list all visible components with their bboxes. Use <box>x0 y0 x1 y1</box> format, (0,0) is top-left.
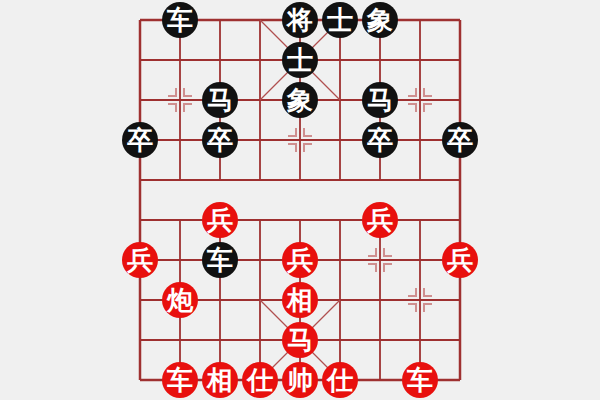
piece-red-chariot[interactable]: 车 <box>402 362 438 398</box>
piece-red-soldier[interactable]: 兵 <box>122 242 158 278</box>
piece-black-soldier[interactable]: 卒 <box>362 122 398 158</box>
piece-black-elephant[interactable]: 象 <box>362 2 398 38</box>
piece-black-soldier[interactable]: 卒 <box>122 122 158 158</box>
piece-black-horse[interactable]: 马 <box>202 82 238 118</box>
piece-black-chariot[interactable]: 车 <box>202 242 238 278</box>
piece-red-cannon[interactable]: 炮 <box>162 282 198 318</box>
piece-black-horse[interactable]: 马 <box>362 82 398 118</box>
piece-black-chariot[interactable]: 车 <box>162 2 198 38</box>
piece-red-horse[interactable]: 马 <box>282 322 318 358</box>
piece-black-general[interactable]: 将 <box>282 2 318 38</box>
piece-red-soldier[interactable]: 兵 <box>362 202 398 238</box>
piece-red-soldier[interactable]: 兵 <box>442 242 478 278</box>
pieces-layer: 车将士象士马象马卒卒卒卒兵兵兵车兵兵炮相马车相仕帅仕车 <box>0 0 600 400</box>
piece-red-soldier[interactable]: 兵 <box>282 242 318 278</box>
piece-red-elephant[interactable]: 相 <box>282 282 318 318</box>
piece-red-elephant[interactable]: 相 <box>202 362 238 398</box>
piece-black-soldier[interactable]: 卒 <box>442 122 478 158</box>
piece-red-chariot[interactable]: 车 <box>162 362 198 398</box>
piece-black-elephant[interactable]: 象 <box>282 82 318 118</box>
piece-black-advisor[interactable]: 士 <box>282 42 318 78</box>
xiangqi-app: 车将士象士马象马卒卒卒卒兵兵兵车兵兵炮相马车相仕帅仕车 <box>0 0 600 400</box>
piece-black-soldier[interactable]: 卒 <box>202 122 238 158</box>
piece-red-advisor[interactable]: 仕 <box>322 362 358 398</box>
piece-red-general[interactable]: 帅 <box>282 362 318 398</box>
piece-black-advisor[interactable]: 士 <box>322 2 358 38</box>
piece-red-soldier[interactable]: 兵 <box>202 202 238 238</box>
piece-red-advisor[interactable]: 仕 <box>242 362 278 398</box>
